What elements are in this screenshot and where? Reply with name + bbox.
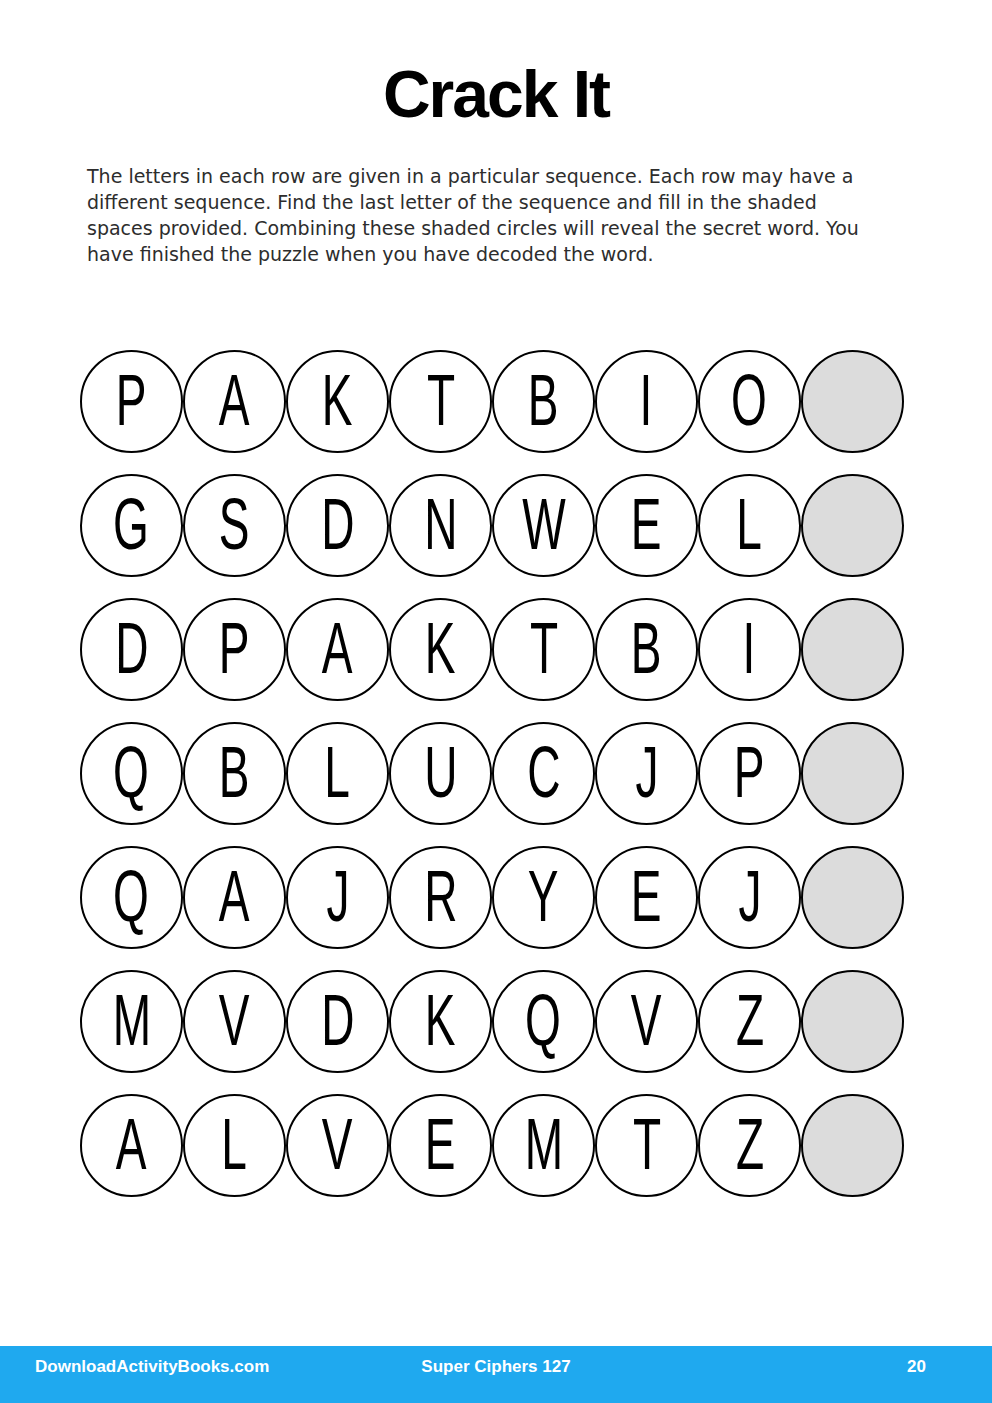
letter-glyph: J <box>635 736 658 812</box>
answer-circle[interactable] <box>801 350 904 453</box>
letter-glyph: L <box>222 1108 248 1184</box>
letter-circle: P <box>698 722 801 825</box>
worksheet-page: Crack It The letters in each row are giv… <box>0 0 992 1403</box>
letter-glyph: K <box>425 984 456 1060</box>
letter-circle: E <box>389 1094 492 1197</box>
footer-site-link[interactable]: DownloadActivityBooks.com <box>35 1357 269 1377</box>
letter-circle: A <box>183 846 286 949</box>
letter-circle: M <box>492 1094 595 1197</box>
instructions-line: spaces provided. Combining these shaded … <box>87 215 927 241</box>
letter-circle: E <box>595 474 698 577</box>
letter-glyph: U <box>424 736 457 812</box>
letter-glyph: Z <box>735 984 763 1060</box>
letter-glyph: C <box>527 736 560 812</box>
letter-glyph: Z <box>735 1108 763 1184</box>
answer-circle[interactable] <box>801 722 904 825</box>
letter-glyph: E <box>425 1108 456 1184</box>
letter-circle: C <box>492 722 595 825</box>
letter-glyph: T <box>632 1108 660 1184</box>
letter-circle: V <box>595 970 698 1073</box>
instructions-line: different sequence. Find the last letter… <box>87 189 927 215</box>
letter-glyph: N <box>424 488 457 564</box>
letter-circle: Q <box>492 970 595 1073</box>
letter-glyph: R <box>424 860 457 936</box>
letter-circle: O <box>698 350 801 453</box>
letter-circle: U <box>389 722 492 825</box>
letter-circle: G <box>80 474 183 577</box>
letter-circle: L <box>698 474 801 577</box>
footer-book-title: Super Ciphers 127 <box>421 1357 570 1377</box>
letter-circle: P <box>80 350 183 453</box>
page-title: Crack It <box>0 56 992 132</box>
letter-glyph: A <box>322 612 353 688</box>
letter-glyph: S <box>219 488 250 564</box>
letter-circle: A <box>286 598 389 701</box>
letter-glyph: Q <box>114 736 150 812</box>
letter-circle: Z <box>698 970 801 1073</box>
puzzle-row: QAJRYEJ <box>80 846 904 949</box>
answer-circle[interactable] <box>801 598 904 701</box>
letter-circle: Q <box>80 722 183 825</box>
answer-circle[interactable] <box>801 1094 904 1197</box>
letter-glyph: A <box>116 1108 147 1184</box>
letter-glyph: I <box>743 612 756 688</box>
letter-circle: N <box>389 474 492 577</box>
letter-glyph: I <box>640 364 653 440</box>
letter-circle: I <box>595 350 698 453</box>
letter-circle: Y <box>492 846 595 949</box>
puzzle-grid: PAKTBIOGSDNWELDPAKTBIQBLUCJPQAJRYEJMVDKQ… <box>80 350 904 1218</box>
letter-glyph: P <box>734 736 765 812</box>
letter-circle: K <box>389 598 492 701</box>
answer-circle[interactable] <box>801 970 904 1073</box>
letter-circle: Z <box>698 1094 801 1197</box>
letter-circle: B <box>595 598 698 701</box>
puzzle-row: DPAKTBI <box>80 598 904 701</box>
letter-glyph: M <box>112 984 150 1060</box>
letter-circle: K <box>389 970 492 1073</box>
letter-circle: P <box>183 598 286 701</box>
answer-circle[interactable] <box>801 846 904 949</box>
puzzle-row: GSDNWEL <box>80 474 904 577</box>
letter-glyph: G <box>114 488 150 564</box>
letter-glyph: V <box>219 984 250 1060</box>
puzzle-row: ALVEMTZ <box>80 1094 904 1197</box>
letter-glyph: J <box>738 860 761 936</box>
letter-glyph: L <box>325 736 351 812</box>
letter-glyph: L <box>737 488 763 564</box>
letter-circle: I <box>698 598 801 701</box>
letter-circle: R <box>389 846 492 949</box>
letter-glyph: V <box>631 984 662 1060</box>
letter-circle: D <box>286 970 389 1073</box>
letter-glyph: E <box>631 860 662 936</box>
letter-circle: K <box>286 350 389 453</box>
letter-circle: V <box>183 970 286 1073</box>
letter-circle: D <box>286 474 389 577</box>
letter-glyph: T <box>529 612 557 688</box>
puzzle-row: MVDKQVZ <box>80 970 904 1073</box>
footer-bar: DownloadActivityBooks.com Super Ciphers … <box>0 1346 992 1403</box>
letter-glyph: D <box>115 612 148 688</box>
letter-glyph: B <box>219 736 250 812</box>
instructions-line: have finished the puzzle when you have d… <box>87 241 927 267</box>
letter-circle: J <box>286 846 389 949</box>
letter-glyph: J <box>326 860 349 936</box>
letter-glyph: Q <box>526 984 562 1060</box>
letter-glyph: B <box>631 612 662 688</box>
letter-circle: T <box>389 350 492 453</box>
letter-circle: B <box>492 350 595 453</box>
letter-glyph: V <box>322 1108 353 1184</box>
letter-circle: B <box>183 722 286 825</box>
letter-glyph: A <box>219 860 250 936</box>
letter-glyph: K <box>322 364 353 440</box>
footer-page-number: 20 <box>907 1357 926 1377</box>
letter-circle: L <box>183 1094 286 1197</box>
letter-circle: A <box>183 350 286 453</box>
letter-glyph: P <box>116 364 147 440</box>
letter-circle: J <box>698 846 801 949</box>
letter-glyph: D <box>321 984 354 1060</box>
letter-glyph: T <box>426 364 454 440</box>
letter-circle: L <box>286 722 389 825</box>
letter-glyph: K <box>425 612 456 688</box>
letter-circle: T <box>492 598 595 701</box>
letter-glyph: M <box>524 1108 562 1184</box>
puzzle-row: PAKTBIO <box>80 350 904 453</box>
letter-glyph: O <box>732 364 768 440</box>
letter-glyph: W <box>522 488 566 564</box>
letter-circle: S <box>183 474 286 577</box>
letter-circle: M <box>80 970 183 1073</box>
letter-glyph: D <box>321 488 354 564</box>
puzzle-row: QBLUCJP <box>80 722 904 825</box>
instructions: The letters in each row are given in a p… <box>87 163 927 267</box>
letter-glyph: A <box>219 364 250 440</box>
letter-glyph: Y <box>528 860 559 936</box>
letter-glyph: B <box>528 364 559 440</box>
letter-circle: D <box>80 598 183 701</box>
letter-glyph: E <box>631 488 662 564</box>
letter-circle: V <box>286 1094 389 1197</box>
letter-circle: W <box>492 474 595 577</box>
letter-circle: Q <box>80 846 183 949</box>
letter-circle: J <box>595 722 698 825</box>
letter-circle: T <box>595 1094 698 1197</box>
answer-circle[interactable] <box>801 474 904 577</box>
instructions-line: The letters in each row are given in a p… <box>87 163 927 189</box>
letter-glyph: P <box>219 612 250 688</box>
letter-glyph: Q <box>114 860 150 936</box>
letter-circle: A <box>80 1094 183 1197</box>
letter-circle: E <box>595 846 698 949</box>
